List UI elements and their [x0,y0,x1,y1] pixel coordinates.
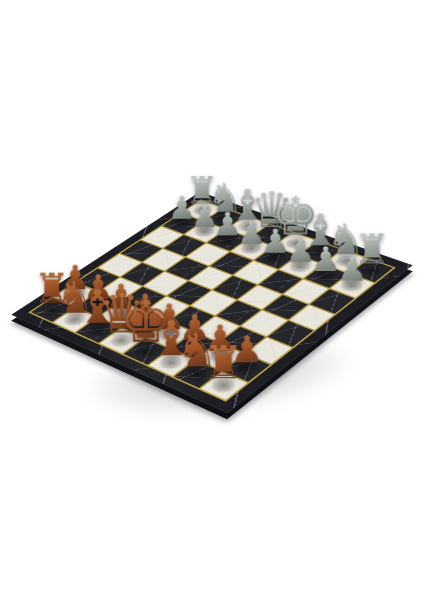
chess-set-photo: ♜♞♝♛♚♝♞♜♟♟♟♟♟♟♟♟♟♟♟♟♟♟♟♟♜♞♝♛♚♝♞♜ [0,0,424,600]
piece-black-pawn: ♟ [322,251,383,285]
square-h1: ♜ [200,372,247,400]
piece-white-rook: ♜ [191,341,257,386]
